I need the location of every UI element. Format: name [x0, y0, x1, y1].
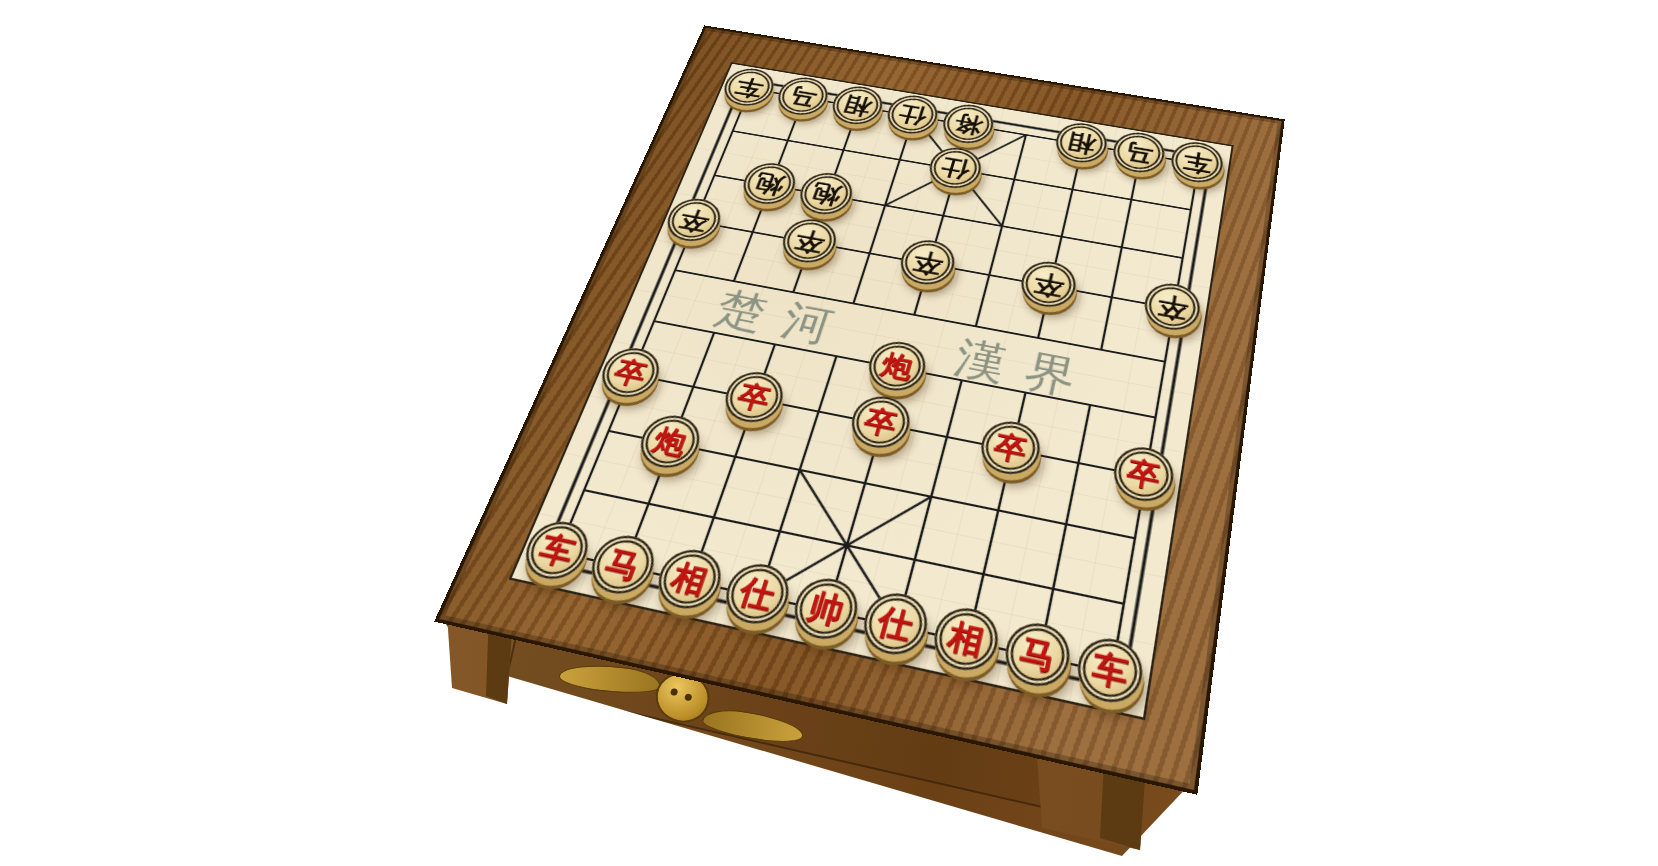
piece-label: 仕 [938, 155, 972, 182]
brass-wing-ornament-right [701, 705, 806, 746]
piece-red-cannon-e5[interactable]: 炮 [863, 337, 931, 395]
piece-red-soldier-c4[interactable]: 卒 [718, 368, 789, 427]
piece-label: 炮 [808, 180, 844, 207]
piece-label: 仕 [896, 102, 929, 127]
piece-label: 相 [945, 619, 987, 660]
piece-label: 卒 [1125, 456, 1163, 492]
piece-label: 卒 [991, 430, 1029, 465]
piece-label: 车 [1089, 649, 1130, 691]
xiangqi-board[interactable]: 楚河 漢界 车马相仕将相马车仕炮炮卒卒卒卒卒炮卒卒卒卒卒炮车马相仕帅仕相马车 [557, 87, 1197, 670]
piece-black-soldier-c7[interactable]: 卒 [776, 215, 841, 266]
piece-black-cannon-b8[interactable]: 炮 [737, 160, 801, 208]
piece-label: 炮 [649, 424, 690, 458]
piece-label: 将 [952, 111, 985, 136]
piece-label: 卒 [1155, 291, 1190, 321]
piece-label: 车 [1181, 149, 1213, 175]
piece-label: 帅 [804, 589, 847, 629]
piece-label: 仕 [874, 603, 917, 643]
piece-label: 炮 [751, 170, 787, 197]
piece-label: 马 [1123, 139, 1155, 165]
piece-label: 相 [840, 93, 874, 118]
piece-black-advisor-e9[interactable]: 仕 [925, 144, 986, 192]
piece-label: 马 [1017, 634, 1059, 675]
piece-black-soldier-g7[interactable]: 卒 [1017, 258, 1080, 311]
piece-label: 车 [535, 531, 579, 569]
piece-label: 马 [786, 84, 820, 109]
piece-label: 卒 [1031, 269, 1066, 299]
piece-label: 卒 [791, 227, 828, 256]
piece-label: 相 [668, 560, 712, 599]
scene: 楚河 漢界 车马相仕将相马车仕炮炮卒卒卒卒卒炮卒卒卒卒卒炮车马相仕帅仕相马车 [0, 0, 1658, 866]
piece-black-soldier-e7[interactable]: 卒 [895, 236, 959, 288]
piece-label: 卒 [910, 248, 946, 277]
piece-red-soldier-g4[interactable]: 卒 [976, 417, 1045, 479]
piece-label: 车 [732, 75, 766, 99]
piece-label: 卒 [610, 356, 650, 388]
piece-label: 卒 [675, 206, 712, 234]
piece-label: 炮 [878, 350, 916, 382]
piece-label: 相 [1065, 130, 1098, 156]
piece-label: 卒 [861, 405, 900, 439]
piece-red-soldier-e4[interactable]: 卒 [845, 392, 915, 453]
piece-label: 卒 [734, 380, 774, 413]
piece-label: 仕 [736, 574, 779, 613]
piece-black-cannon-c8[interactable]: 炮 [794, 169, 858, 218]
keyhole-icon [670, 688, 678, 696]
keyhole-icon [684, 693, 692, 701]
piece-red-cannon-b3[interactable]: 炮 [633, 411, 707, 473]
piece-label: 马 [601, 545, 645, 583]
